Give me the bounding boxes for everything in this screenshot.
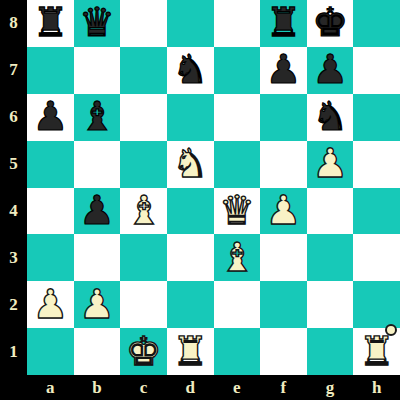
square-b3[interactable] [74,234,121,281]
piece-white-pawn[interactable]: ♟ [79,284,115,324]
square-d5[interactable]: ♞ [167,141,214,188]
square-h2[interactable] [353,281,400,328]
piece-black-king[interactable]: ♚ [312,2,348,42]
rank-label-4: 4 [0,188,27,235]
file-label-e: e [214,375,261,400]
square-a3[interactable] [27,234,74,281]
square-f6[interactable] [260,94,307,141]
square-d4[interactable] [167,188,214,235]
square-f7[interactable]: ♟ [260,47,307,94]
square-a5[interactable] [27,141,74,188]
square-b5[interactable] [74,141,121,188]
piece-white-knight[interactable]: ♞ [172,143,208,183]
rank-label-6: 6 [0,94,27,141]
piece-white-bishop[interactable]: ♝ [126,190,162,230]
piece-white-rook[interactable]: ♜ [359,331,395,371]
square-d3[interactable] [167,234,214,281]
square-c4[interactable]: ♝ [120,188,167,235]
file-label-f: f [260,375,307,400]
square-c5[interactable] [120,141,167,188]
square-h5[interactable] [353,141,400,188]
square-h4[interactable] [353,188,400,235]
square-g6[interactable]: ♞ [307,94,354,141]
piece-white-bishop[interactable]: ♝ [219,237,255,277]
file-label-c: c [120,375,167,400]
rank-label-3: 3 [0,234,27,281]
square-a7[interactable] [27,47,74,94]
square-g1[interactable] [307,328,354,375]
piece-black-pawn[interactable]: ♟ [266,49,302,89]
file-label-g: g [307,375,354,400]
square-a8[interactable]: ♜ [27,0,74,47]
piece-white-king[interactable]: ♚ [126,331,162,371]
square-a2[interactable]: ♟ [27,281,74,328]
square-b7[interactable] [74,47,121,94]
piece-black-knight[interactable]: ♞ [172,49,208,89]
piece-black-knight[interactable]: ♞ [312,96,348,136]
square-h6[interactable] [353,94,400,141]
square-c3[interactable] [120,234,167,281]
square-b1[interactable] [74,328,121,375]
square-g4[interactable] [307,188,354,235]
square-b6[interactable]: ♝ [74,94,121,141]
chess-board-screenshot: 87654321 ♜♛♜♚♞♟♟♟♝♞♞♟♟♝♛♟♝♟♟♚♜♜ abcdefgh [0,0,400,400]
square-c8[interactable] [120,0,167,47]
file-label-h: h [353,375,400,400]
square-g8[interactable]: ♚ [307,0,354,47]
square-f2[interactable] [260,281,307,328]
piece-black-pawn[interactable]: ♟ [312,49,348,89]
square-d6[interactable] [167,94,214,141]
square-e7[interactable] [214,47,261,94]
piece-white-pawn[interactable]: ♟ [32,284,68,324]
square-d2[interactable] [167,281,214,328]
chess-board: ♜♛♜♚♞♟♟♟♝♞♞♟♟♝♛♟♝♟♟♚♜♜ [27,0,400,375]
square-h7[interactable] [353,47,400,94]
rank-label-7: 7 [0,47,27,94]
square-e1[interactable] [214,328,261,375]
square-e2[interactable] [214,281,261,328]
piece-black-bishop[interactable]: ♝ [79,96,115,136]
square-e5[interactable] [214,141,261,188]
square-f4[interactable]: ♟ [260,188,307,235]
square-d1[interactable]: ♜ [167,328,214,375]
piece-white-pawn[interactable]: ♟ [312,143,348,183]
piece-white-rook[interactable]: ♜ [172,331,208,371]
square-g5[interactable]: ♟ [307,141,354,188]
square-f8[interactable]: ♜ [260,0,307,47]
square-g2[interactable] [307,281,354,328]
square-b8[interactable]: ♛ [74,0,121,47]
square-e6[interactable] [214,94,261,141]
square-e4[interactable]: ♛ [214,188,261,235]
piece-black-queen[interactable]: ♛ [79,2,115,42]
square-d8[interactable] [167,0,214,47]
file-labels: abcdefgh [27,375,400,400]
piece-black-rook[interactable]: ♜ [266,2,302,42]
rank-label-5: 5 [0,141,27,188]
square-c1[interactable]: ♚ [120,328,167,375]
square-f1[interactable] [260,328,307,375]
piece-white-queen[interactable]: ♛ [219,190,255,230]
square-h3[interactable] [353,234,400,281]
square-a4[interactable] [27,188,74,235]
rank-label-8: 8 [0,0,27,47]
piece-black-pawn[interactable]: ♟ [79,190,115,230]
square-e3[interactable]: ♝ [214,234,261,281]
square-c7[interactable] [120,47,167,94]
square-c6[interactable] [120,94,167,141]
square-c2[interactable] [120,281,167,328]
rank-label-1: 1 [0,328,27,375]
rank-label-2: 2 [0,281,27,328]
file-label-b: b [74,375,121,400]
square-b4[interactable]: ♟ [74,188,121,235]
rank-labels: 87654321 [0,0,27,375]
square-h8[interactable] [353,0,400,47]
square-a1[interactable] [27,328,74,375]
cursor-dot [385,324,397,336]
square-f3[interactable] [260,234,307,281]
square-a6[interactable]: ♟ [27,94,74,141]
square-g7[interactable]: ♟ [307,47,354,94]
piece-white-pawn[interactable]: ♟ [266,190,302,230]
piece-black-pawn[interactable]: ♟ [32,96,68,136]
square-g3[interactable] [307,234,354,281]
file-label-a: a [27,375,74,400]
piece-black-rook[interactable]: ♜ [32,2,68,42]
square-d7[interactable]: ♞ [167,47,214,94]
square-f5[interactable] [260,141,307,188]
file-label-d: d [167,375,214,400]
square-b2[interactable]: ♟ [74,281,121,328]
square-e8[interactable] [214,0,261,47]
